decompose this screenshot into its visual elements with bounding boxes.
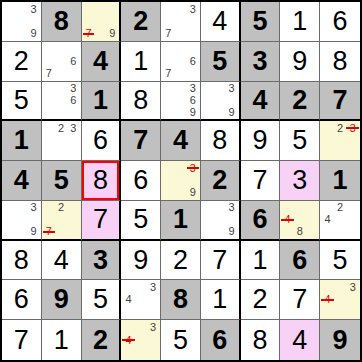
cell-r3c8[interactable]: 2 — [280, 82, 320, 122]
solved-digit: 8 — [82, 161, 120, 200]
cell-r5c6[interactable]: 2 — [201, 161, 241, 201]
candidate: 9 — [28, 226, 40, 238]
cell-r1c6[interactable]: 4 — [201, 2, 241, 42]
candidate: 3 — [147, 321, 159, 334]
candidate: 3 — [187, 83, 199, 95]
candidate-crossed: 3 — [346, 122, 359, 134]
cell-r4c4[interactable]: 7 — [121, 121, 161, 161]
cell-r2c1[interactable]: 2 — [2, 42, 42, 82]
cell-r7c2[interactable]: 4 — [42, 241, 82, 281]
solved-digit: 7 — [82, 201, 120, 239]
cell-r2c6[interactable]: 5 — [201, 42, 241, 82]
cell-r9c2[interactable]: 1 — [42, 320, 82, 360]
cell-r7c4[interactable]: 9 — [121, 241, 161, 281]
cell-r6c5[interactable]: 1 — [161, 201, 201, 241]
cell-r4c2[interactable]: 23 — [42, 121, 82, 161]
pencil-marks: 23 — [320, 121, 360, 160]
candidate: 2 — [55, 122, 67, 134]
cell-r9c8[interactable]: 4 — [280, 320, 320, 360]
candidate: 3 — [226, 202, 238, 214]
candidate: 9 — [106, 28, 118, 40]
cell-r8c5[interactable]: 8 — [161, 280, 201, 320]
pencil-marks: 24 — [320, 201, 360, 239]
cell-r5c1[interactable]: 4 — [2, 161, 42, 201]
solved-digit: 4 — [42, 241, 81, 280]
given-digit: 4 — [2, 161, 41, 200]
pencil-marks: 39 — [2, 201, 41, 239]
cell-r6c6[interactable]: 39 — [201, 201, 241, 241]
cell-r6c7[interactable]: 6 — [241, 201, 281, 241]
cell-r6c2[interactable]: 27 — [42, 201, 82, 241]
cell-r2c3[interactable]: 4 — [82, 42, 122, 82]
solved-digit: 7 — [201, 241, 239, 280]
cell-r6c8[interactable]: 48 — [280, 201, 320, 241]
solved-digit: 8 — [241, 320, 280, 360]
candidate-crossed: 7 — [43, 226, 55, 238]
cell-r7c9[interactable]: 5 — [320, 241, 360, 281]
candidate-crossed: 4 — [281, 214, 293, 226]
given-digit: 3 — [241, 42, 280, 81]
solved-digit: 6 — [320, 2, 360, 41]
solved-digit: 8 — [121, 82, 160, 120]
solved-digit: 5 — [82, 280, 120, 319]
cell-r2c8[interactable]: 9 — [280, 42, 320, 82]
solved-digit: 8 — [320, 42, 360, 81]
cell-r9c3[interactable]: 2 — [82, 320, 122, 360]
pencil-marks: 48 — [280, 201, 319, 239]
pencil-marks: 369 — [161, 82, 200, 120]
cell-r4c5[interactable]: 4 — [161, 121, 201, 161]
candidate: 4 — [122, 294, 134, 306]
solved-digit: 1 — [241, 241, 280, 280]
cell-r9c1[interactable]: 7 — [2, 320, 42, 360]
solved-digit: 6 — [82, 121, 120, 160]
cell-r8c9[interactable]: 34 — [320, 280, 360, 320]
solved-digit: 3 — [280, 161, 319, 200]
cell-r7c5[interactable]: 2 — [161, 241, 201, 281]
cell-r7c6[interactable]: 7 — [201, 241, 241, 281]
solved-digit: 1 — [280, 2, 319, 41]
cell-r1c9[interactable]: 6 — [320, 2, 360, 42]
solved-digit: 5 — [280, 121, 319, 160]
solved-digit: 1 — [201, 280, 239, 319]
given-digit: 8 — [42, 2, 81, 41]
cell-r4c6[interactable]: 8 — [201, 121, 241, 161]
solved-digit: 6 — [121, 161, 160, 200]
solved-digit: 9 — [280, 42, 319, 81]
given-digit: 5 — [42, 161, 81, 200]
cell-r8c1[interactable]: 6 — [2, 280, 42, 320]
given-digit: 2 — [121, 2, 160, 41]
cell-r7c8[interactable]: 6 — [280, 241, 320, 281]
given-digit: 4 — [241, 82, 280, 120]
cell-r9c9[interactable]: 9 — [320, 320, 360, 360]
solved-digit: 8 — [2, 241, 41, 280]
candidate: 4 — [321, 214, 334, 226]
solved-digit: 2 — [161, 241, 200, 280]
cell-r1c3[interactable]: 79 — [82, 2, 122, 42]
cell-r2c5[interactable]: 67 — [161, 42, 201, 82]
candidate: 6 — [187, 55, 199, 67]
pencil-marks: 39 — [201, 201, 239, 239]
solved-digit: 4 — [201, 2, 239, 41]
cell-r3c1[interactable]: 5 — [2, 82, 42, 122]
given-digit: 9 — [320, 320, 360, 360]
solved-digit: 4 — [280, 320, 319, 360]
solved-digit: 7 — [241, 161, 280, 200]
cell-r1c4[interactable]: 2 — [121, 2, 161, 42]
cell-r8c8[interactable]: 7 — [280, 280, 320, 320]
candidate: 9 — [226, 106, 238, 118]
cell-r6c1[interactable]: 39 — [2, 201, 42, 241]
solved-digit: 1 — [42, 320, 81, 360]
pencil-marks: 34 — [121, 280, 160, 319]
pencil-marks: 34 — [121, 320, 160, 360]
candidate: 3 — [346, 281, 359, 293]
pencil-marks: 34 — [320, 280, 360, 319]
solved-digit: 5 — [121, 201, 160, 239]
pencil-marks: 67 — [161, 42, 200, 81]
candidate: 3 — [226, 83, 238, 95]
candidate: 6 — [67, 94, 79, 106]
candidate: 9 — [226, 226, 238, 238]
solved-digit: 8 — [201, 121, 239, 160]
cell-r7c7[interactable]: 1 — [241, 241, 281, 281]
solved-digit: 7 — [280, 280, 319, 319]
candidate: 7 — [162, 67, 174, 79]
solved-digit: 5 — [2, 82, 41, 120]
cell-r9c4[interactable]: 34 — [121, 320, 161, 360]
cell-r5c5[interactable]: 39 — [161, 161, 201, 201]
given-digit: 7 — [121, 121, 160, 160]
candidate: 3 — [28, 202, 40, 214]
pencil-marks: 39 — [201, 82, 239, 120]
cell-r9c6[interactable]: 6 — [201, 320, 241, 360]
solved-digit: 9 — [241, 121, 280, 160]
given-digit: 1 — [161, 201, 200, 239]
cell-r3c7[interactable]: 4 — [241, 82, 281, 122]
given-digit: 5 — [201, 42, 239, 81]
cell-r5c4[interactable]: 6 — [121, 161, 161, 201]
solved-digit: 2 — [2, 42, 41, 81]
solved-digit: 5 — [320, 241, 360, 280]
cell-r4c8[interactable]: 5 — [280, 121, 320, 161]
given-digit: 1 — [82, 82, 120, 120]
cell-r3c6[interactable]: 39 — [201, 82, 241, 122]
pencil-marks: 36 — [42, 82, 81, 120]
cell-r1c2[interactable]: 8 — [42, 2, 82, 42]
pencil-marks: 23 — [42, 121, 81, 160]
cell-r6c9[interactable]: 24 — [320, 201, 360, 241]
candidate: 3 — [28, 3, 40, 15]
candidate: 7 — [43, 67, 55, 79]
given-digit: 2 — [201, 161, 239, 200]
cell-r3c4[interactable]: 8 — [121, 82, 161, 122]
cell-r3c9[interactable]: 7 — [320, 82, 360, 122]
pencil-marks: 39 — [2, 2, 41, 41]
cell-r9c5[interactable]: 5 — [161, 320, 201, 360]
cell-r1c7[interactable]: 5 — [241, 2, 281, 42]
cell-r3c5[interactable]: 369 — [161, 82, 201, 122]
candidate-crossed: 3 — [187, 162, 199, 174]
candidate: 9 — [187, 106, 199, 118]
given-digit: 6 — [201, 320, 239, 360]
cell-r5c7[interactable]: 7 — [241, 161, 281, 201]
given-digit: 3 — [82, 241, 120, 280]
given-digit: 1 — [320, 161, 360, 200]
solved-digit: 6 — [2, 280, 41, 319]
candidate: 6 — [187, 94, 199, 106]
cell-r6c3[interactable]: 7 — [82, 201, 122, 241]
cell-r6c4[interactable]: 5 — [121, 201, 161, 241]
solved-digit: 5 — [161, 320, 200, 360]
pencil-marks: 39 — [161, 161, 200, 200]
cell-r5c2[interactable]: 5 — [42, 161, 82, 201]
pencil-marks: 79 — [82, 2, 120, 41]
given-digit: 2 — [280, 82, 319, 120]
candidate-crossed: 7 — [83, 28, 95, 40]
cell-r1c8[interactable]: 1 — [280, 2, 320, 42]
given-digit: 4 — [161, 121, 200, 160]
cell-r5c3[interactable]: 8 — [82, 161, 122, 201]
given-digit: 5 — [241, 2, 280, 41]
given-digit: 4 — [82, 42, 120, 81]
cell-r5c9[interactable]: 1 — [320, 161, 360, 201]
cell-r8c4[interactable]: 34 — [121, 280, 161, 320]
candidate: 6 — [67, 55, 79, 67]
cell-r3c3[interactable]: 1 — [82, 82, 122, 122]
cell-r8c3[interactable]: 5 — [82, 280, 122, 320]
candidate: 2 — [334, 122, 347, 134]
given-digit: 1 — [2, 121, 41, 160]
cell-r4c9[interactable]: 23 — [320, 121, 360, 161]
candidate: 2 — [55, 202, 67, 214]
cell-r2c7[interactable]: 3 — [241, 42, 281, 82]
candidate-crossed: 4 — [321, 294, 334, 306]
given-digit: 9 — [42, 280, 81, 319]
cell-r1c5[interactable]: 37 — [161, 2, 201, 42]
candidate: 9 — [187, 187, 199, 199]
cell-r3c2[interactable]: 36 — [42, 82, 82, 122]
solved-digit: 7 — [2, 320, 41, 360]
given-digit: 8 — [161, 280, 200, 319]
cell-r2c4[interactable]: 1 — [121, 42, 161, 82]
given-digit: 7 — [320, 82, 360, 120]
candidate-crossed: 4 — [122, 334, 134, 347]
cell-r5c8[interactable]: 3 — [280, 161, 320, 201]
solved-digit: 1 — [121, 42, 160, 81]
candidate: 9 — [28, 28, 40, 40]
cell-r4c7[interactable]: 9 — [241, 121, 281, 161]
cell-r9c7[interactable]: 8 — [241, 320, 281, 360]
candidate: 3 — [67, 83, 79, 95]
candidate: 7 — [162, 28, 174, 40]
cell-r4c1[interactable]: 1 — [2, 121, 42, 161]
solved-digit: 9 — [121, 241, 160, 280]
given-digit: 6 — [241, 201, 280, 239]
sudoku-board: 3987923745162674167539853618369394271236… — [0, 0, 362, 362]
candidate: 8 — [294, 226, 306, 238]
cell-r1c1[interactable]: 39 — [2, 2, 42, 42]
pencil-marks: 27 — [42, 201, 81, 239]
cell-r8c2[interactable]: 9 — [42, 280, 82, 320]
solved-digit: 2 — [241, 280, 280, 319]
cell-r2c9[interactable]: 8 — [320, 42, 360, 82]
pencil-marks: 37 — [161, 2, 200, 41]
cell-r7c3[interactable]: 3 — [82, 241, 122, 281]
cell-r8c6[interactable]: 1 — [201, 280, 241, 320]
given-digit: 2 — [82, 320, 120, 360]
cell-r2c2[interactable]: 67 — [42, 42, 82, 82]
cell-r8c7[interactable]: 2 — [241, 280, 281, 320]
candidate: 3 — [67, 122, 79, 134]
cell-r7c1[interactable]: 8 — [2, 241, 42, 281]
candidate: 3 — [147, 281, 159, 293]
given-digit: 6 — [280, 241, 319, 280]
candidate: 2 — [334, 202, 347, 214]
candidate: 3 — [187, 3, 199, 15]
pencil-marks: 67 — [42, 42, 81, 81]
cell-r4c3[interactable]: 6 — [82, 121, 122, 161]
